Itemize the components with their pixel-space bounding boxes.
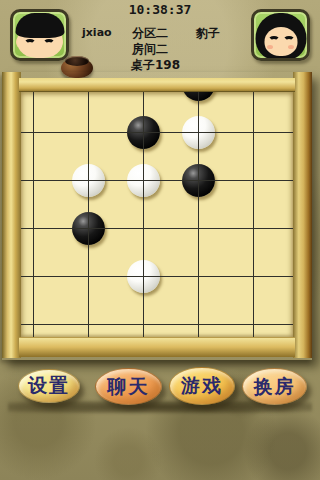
grid-hline — [21, 324, 293, 325]
grid-hline — [21, 276, 293, 277]
settings-button[interactable]: 设置 — [18, 369, 80, 403]
board-frame-right-post — [293, 72, 312, 358]
left-player-avatar[interactable] — [10, 9, 69, 61]
boy-avatar-icon — [13, 12, 66, 58]
girl-avatar-icon — [254, 12, 307, 58]
grid-vline — [143, 92, 144, 337]
zone-label: 分区二 — [132, 25, 168, 42]
grid-vline — [253, 92, 254, 337]
board-surface[interactable] — [21, 92, 293, 337]
board-frame-left-post — [2, 72, 21, 358]
board-frame-bottom-plank — [19, 337, 295, 357]
grid-hline — [21, 228, 293, 229]
game-button[interactable]: 游戏 — [169, 367, 235, 405]
chat-button[interactable]: 聊天 — [95, 368, 162, 405]
board — [2, 72, 312, 360]
right-player-avatar[interactable] — [251, 9, 310, 61]
change-room-button[interactable]: 换房 — [242, 368, 307, 405]
stones-grid — [21, 92, 281, 337]
right-player-name: 豹子 — [196, 25, 220, 42]
grid-vline — [88, 92, 89, 337]
app-screen: 10:38:37 jxiao 分区二 豹子 房间二 桌子198 — [0, 0, 320, 480]
grid-hline — [21, 180, 293, 181]
board-frame-top-plank — [19, 78, 295, 92]
room-label: 房间二 — [132, 41, 168, 58]
grid-vline — [33, 92, 34, 337]
grid-hline — [21, 132, 293, 133]
left-player-name: jxiao — [82, 26, 112, 39]
grid-vline — [198, 92, 199, 337]
